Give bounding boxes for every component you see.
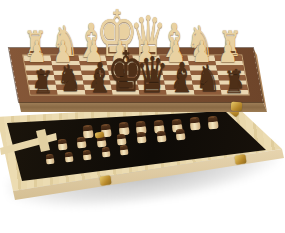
board-latch-icon bbox=[231, 102, 242, 112]
black-bishop: ♝ bbox=[86, 58, 113, 99]
chess-set-photo: ♜♞♝♛♚♝♞♜♟♟♟♟♟♟♟♟♟♟♟♟♟♟♟♟♜♞♝♛♚♝♞♜ bbox=[0, 0, 285, 233]
peg-dark-cap bbox=[100, 123, 111, 130]
peg-dark-cap bbox=[207, 115, 218, 122]
peg-dark-cap bbox=[83, 149, 91, 155]
peg-dark-cap bbox=[82, 125, 93, 132]
storage-peg bbox=[64, 151, 73, 162]
storage-peg bbox=[83, 149, 92, 160]
case-latch-icon bbox=[99, 175, 111, 185]
peg-dark-cap bbox=[156, 130, 165, 136]
black-knight: ♞ bbox=[196, 61, 221, 98]
storage-peg bbox=[207, 115, 218, 129]
peg-dark-cap bbox=[64, 151, 72, 157]
peg-dark-cap bbox=[176, 128, 185, 134]
storage-peg bbox=[57, 139, 67, 151]
storage-peg bbox=[136, 132, 146, 144]
peg-dark-cap bbox=[116, 133, 125, 139]
black-rook: ♜ bbox=[224, 67, 244, 98]
peg-dark-cap bbox=[171, 118, 182, 125]
peg-dark-cap bbox=[154, 119, 165, 126]
black-bishop: ♝ bbox=[168, 58, 195, 99]
black-knight: ♞ bbox=[57, 61, 82, 98]
storage-peg bbox=[101, 147, 110, 158]
peg-dark-cap bbox=[189, 117, 200, 124]
storage-peg bbox=[120, 145, 129, 156]
black-rook: ♜ bbox=[33, 67, 53, 98]
peg-dark-cap bbox=[57, 139, 66, 145]
case-hinge-icon bbox=[95, 131, 105, 138]
storage-peg bbox=[45, 154, 54, 165]
storage-peg bbox=[176, 128, 186, 140]
peg-dark-cap bbox=[45, 154, 53, 160]
storage-peg bbox=[116, 133, 126, 145]
case-latch-icon bbox=[234, 154, 246, 164]
storage-peg bbox=[77, 137, 87, 149]
storage-peg bbox=[156, 130, 166, 142]
storage-peg bbox=[189, 117, 200, 131]
